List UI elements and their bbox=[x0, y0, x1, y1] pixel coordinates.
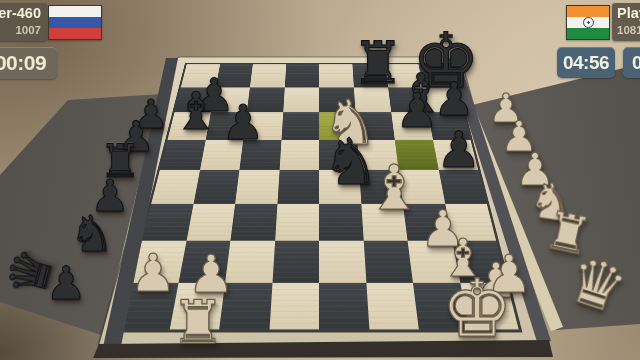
square-b4[interactable] bbox=[193, 170, 239, 203]
piece-black-pawn-c6[interactable]: ♟ bbox=[221, 99, 264, 147]
flag-band bbox=[567, 6, 609, 17]
player-plate-right: Player- 1081 bbox=[612, 3, 640, 41]
piece-black-pawn-h5[interactable]: ♟ bbox=[437, 125, 482, 175]
square-d3[interactable] bbox=[275, 203, 319, 240]
player-rating-left: 1007 bbox=[15, 23, 41, 37]
piece-white-rook-b1[interactable]: ♜ bbox=[171, 293, 225, 353]
captured-black-pawn-5: ♟ bbox=[45, 260, 86, 306]
piece-black-bishop-a6[interactable]: ♝ bbox=[173, 85, 220, 137]
square-f1[interactable] bbox=[366, 282, 419, 329]
russia-flag-icon bbox=[48, 5, 102, 40]
piece-black-pawn-h7[interactable]: ♟ bbox=[433, 76, 474, 122]
square-b3[interactable] bbox=[186, 203, 235, 240]
square-d6[interactable] bbox=[281, 112, 319, 139]
square-d4[interactable] bbox=[277, 170, 319, 203]
square-e3[interactable] bbox=[319, 203, 363, 240]
piece-white-pawn-a2[interactable]: ♟ bbox=[130, 247, 177, 299]
india-flag-icon bbox=[566, 5, 610, 40]
piece-white-king-g1[interactable]: ♚ bbox=[441, 269, 513, 349]
clock-right-extra: 0 bbox=[623, 47, 640, 78]
square-e8[interactable] bbox=[319, 64, 354, 87]
flag-band bbox=[49, 28, 101, 39]
square-a5[interactable] bbox=[160, 140, 206, 170]
square-d2[interactable] bbox=[272, 241, 319, 283]
square-e2[interactable] bbox=[319, 241, 366, 283]
ashoka-chakra-icon bbox=[583, 17, 594, 28]
piece-black-pawn-g6[interactable]: ♟ bbox=[395, 87, 438, 135]
piece-white-bishop-f4[interactable]: ♝ bbox=[366, 157, 422, 219]
player-rating-right: 1081 bbox=[617, 23, 640, 37]
flag-band bbox=[567, 28, 609, 39]
game-scene: ♜♚♟♝♟♝♟♟♞♞♟♝♟♟♟♝♟♜♚ ♟♟♜♟♞♟♛♟♟♟♞♜♛♟ Playe… bbox=[0, 0, 640, 360]
square-a3[interactable] bbox=[142, 203, 193, 240]
flag-band bbox=[49, 17, 101, 28]
square-d8[interactable] bbox=[284, 64, 319, 87]
captured-black-knight-4: ♞ bbox=[70, 209, 115, 259]
square-d7[interactable] bbox=[283, 87, 319, 112]
square-a4[interactable] bbox=[151, 170, 199, 203]
square-c4[interactable] bbox=[235, 170, 279, 203]
flag-band bbox=[49, 6, 101, 17]
player-name-right: Player- bbox=[617, 5, 640, 22]
player-name-left: Player-460 bbox=[0, 5, 41, 22]
square-c8[interactable] bbox=[250, 64, 286, 87]
square-e1[interactable] bbox=[319, 282, 369, 329]
square-d1[interactable] bbox=[269, 282, 319, 329]
square-f2[interactable] bbox=[363, 241, 413, 283]
clock-left: 00:09 bbox=[0, 47, 57, 79]
square-d5[interactable] bbox=[279, 140, 319, 170]
square-c3[interactable] bbox=[230, 203, 277, 240]
player-plate-left: Player-460 1007 bbox=[0, 3, 47, 41]
clock-right: 04:56 bbox=[557, 47, 615, 78]
